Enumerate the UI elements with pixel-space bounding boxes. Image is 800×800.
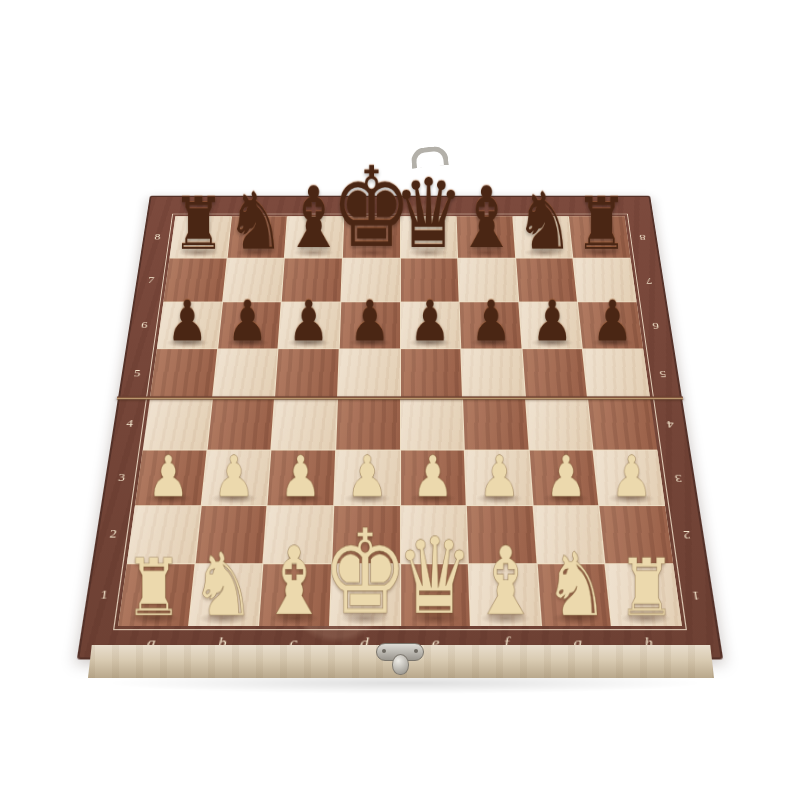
product-photo: ♜♞♝♚♛♝♞♜♟♟♟♟♟♟♟♟♟♟♟♟♟♟♟♟♜♞♝♚♛♝♞♜ 8765432… xyxy=(0,0,800,800)
square-a8: ♜ xyxy=(170,216,231,257)
square-e1: ♛ xyxy=(401,565,470,626)
light-pawn-h3: ♟ xyxy=(611,453,653,502)
square-a1: ♜ xyxy=(118,565,194,626)
square-f6: ♟ xyxy=(460,302,522,348)
square-f4 xyxy=(463,398,528,449)
square-d8: ♚ xyxy=(343,216,400,257)
square-b1: ♞ xyxy=(189,565,263,626)
square-b4 xyxy=(207,398,274,449)
dark-pawn-f6: ♟ xyxy=(470,297,511,345)
square-e3: ♟ xyxy=(401,451,466,505)
square-e6: ♟ xyxy=(400,302,460,348)
square-h8: ♜ xyxy=(569,216,630,257)
square-f1: ♝ xyxy=(469,565,541,626)
square-c1: ♝ xyxy=(259,565,331,626)
square-d6: ♟ xyxy=(340,302,400,348)
light-bishop-c1: ♝ xyxy=(260,542,329,622)
light-knight-b1: ♞ xyxy=(192,547,257,622)
square-e4 xyxy=(401,398,464,449)
light-rook-a1: ♜ xyxy=(124,555,182,622)
square-e5 xyxy=(400,349,462,397)
coord-label-7: 7 xyxy=(634,258,664,302)
square-a5 xyxy=(150,349,217,397)
light-knight-g1: ♞ xyxy=(544,547,609,622)
light-pawn-d3: ♟ xyxy=(346,453,388,502)
coord-label-8: 8 xyxy=(628,216,657,258)
square-a6: ♟ xyxy=(157,302,222,348)
square-d3: ♟ xyxy=(334,451,399,505)
square-g5 xyxy=(522,349,587,397)
square-c5 xyxy=(275,349,338,397)
square-c3: ♟ xyxy=(268,451,335,505)
square-g3: ♟ xyxy=(529,451,598,505)
latch-clasp-icon xyxy=(373,641,427,683)
dark-knight-g8: ♞ xyxy=(515,188,573,255)
dark-pawn-c6: ♟ xyxy=(288,297,329,345)
square-b3: ♟ xyxy=(201,451,270,505)
dark-king-d8: ♚ xyxy=(331,161,412,255)
latch-knob xyxy=(392,654,409,675)
light-bishop-f1: ♝ xyxy=(471,542,540,622)
square-f8: ♝ xyxy=(457,216,515,257)
light-pawn-f3: ♟ xyxy=(478,453,520,502)
dark-pawn-e6: ♟ xyxy=(410,297,451,345)
chessboard: ♜♞♝♚♛♝♞♜♟♟♟♟♟♟♟♟♟♟♟♟♟♟♟♟♜♞♝♚♛♝♞♜ 8765432… xyxy=(77,196,723,660)
board-grid: ♜♞♝♚♛♝♞♜♟♟♟♟♟♟♟♟♟♟♟♟♟♟♟♟♜♞♝♚♛♝♞♜ xyxy=(118,216,682,626)
square-f3: ♟ xyxy=(465,451,532,505)
square-g1: ♞ xyxy=(537,565,611,626)
dark-pawn-a6: ♟ xyxy=(167,297,208,345)
square-h5 xyxy=(583,349,650,397)
square-a3: ♟ xyxy=(135,451,206,505)
square-h1: ♜ xyxy=(606,565,682,626)
square-c4 xyxy=(272,398,337,449)
square-d1: ♚ xyxy=(330,565,399,626)
light-pawn-g3: ♟ xyxy=(545,453,587,502)
dark-knight-b8: ♞ xyxy=(227,188,285,255)
light-rook-h1: ♜ xyxy=(618,555,676,622)
square-h4 xyxy=(588,398,657,449)
square-h3: ♟ xyxy=(594,451,665,505)
square-g4 xyxy=(526,398,593,449)
square-b6: ♟ xyxy=(218,302,281,348)
square-f5 xyxy=(461,349,524,397)
square-h6: ♟ xyxy=(578,302,643,348)
square-b8: ♞ xyxy=(227,216,287,257)
coord-label-5: 5 xyxy=(121,349,153,398)
light-king-d1: ♚ xyxy=(322,522,408,621)
square-g6: ♟ xyxy=(519,302,582,348)
light-pawn-a3: ♟ xyxy=(147,453,189,502)
light-pawn-b3: ♟ xyxy=(213,453,255,502)
dark-pawn-g6: ♟ xyxy=(531,297,572,345)
light-pawn-e3: ♟ xyxy=(412,453,454,502)
square-d5 xyxy=(338,349,400,397)
coord-label-5: 5 xyxy=(647,349,679,398)
square-d4 xyxy=(336,398,399,449)
dark-rook-a8: ♜ xyxy=(172,194,225,255)
square-a4 xyxy=(143,398,212,449)
dark-bishop-f8: ♝ xyxy=(455,183,517,255)
square-g8: ♞ xyxy=(513,216,573,257)
square-b5 xyxy=(213,349,278,397)
coord-label-6: 6 xyxy=(640,302,671,349)
light-pawn-c3: ♟ xyxy=(280,453,322,502)
square-c6: ♟ xyxy=(279,302,341,348)
dark-pawn-d6: ♟ xyxy=(349,297,390,345)
dark-pawn-b6: ♟ xyxy=(227,297,268,345)
dark-rook-h8: ♜ xyxy=(575,194,628,255)
dark-pawn-h6: ♟ xyxy=(592,297,633,345)
